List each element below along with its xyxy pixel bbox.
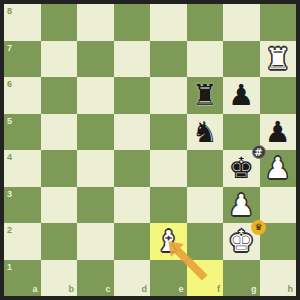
square-e3[interactable]	[150, 187, 187, 224]
square-h3[interactable]	[260, 187, 297, 224]
rank-label-5: 5	[7, 116, 12, 126]
square-b3[interactable]	[41, 187, 78, 224]
piece-black-king-g4[interactable]: ♚	[223, 150, 260, 187]
rank-label-7: 7	[7, 43, 12, 53]
piece-white-rook-h7[interactable]: ♜	[260, 41, 297, 78]
square-d6[interactable]	[114, 77, 151, 114]
square-c1[interactable]: c	[77, 260, 114, 297]
file-label-a: a	[32, 284, 37, 294]
chess-board-frame: 87♜6♜♟5♞♟4♚♟3♟2♝♚1abcdefgh #♛	[0, 0, 300, 300]
square-e8[interactable]	[150, 4, 187, 41]
square-d5[interactable]	[114, 114, 151, 151]
square-f2[interactable]	[187, 223, 224, 260]
square-c5[interactable]	[77, 114, 114, 151]
square-e2[interactable]: ♝	[150, 223, 187, 260]
square-g2[interactable]: ♚	[223, 223, 260, 260]
file-label-f: f	[217, 284, 220, 294]
square-h6[interactable]	[260, 77, 297, 114]
piece-black-rook-f6[interactable]: ♜	[187, 77, 224, 114]
square-e4[interactable]	[150, 150, 187, 187]
square-h5[interactable]: ♟	[260, 114, 297, 151]
square-a4[interactable]: 4	[4, 150, 41, 187]
square-c4[interactable]	[77, 150, 114, 187]
square-f7[interactable]	[187, 41, 224, 78]
square-b4[interactable]	[41, 150, 78, 187]
square-c6[interactable]	[77, 77, 114, 114]
square-e1[interactable]: e	[150, 260, 187, 297]
rank-label-1: 1	[7, 262, 12, 272]
square-a5[interactable]: 5	[4, 114, 41, 151]
square-c7[interactable]	[77, 41, 114, 78]
square-b5[interactable]	[41, 114, 78, 151]
file-label-e: e	[178, 284, 183, 294]
rank-label-2: 2	[7, 225, 12, 235]
chess-board: 87♜6♜♟5♞♟4♚♟3♟2♝♚1abcdefgh	[4, 4, 296, 296]
square-g3[interactable]: ♟	[223, 187, 260, 224]
square-c3[interactable]	[77, 187, 114, 224]
file-label-c: c	[105, 284, 110, 294]
square-b2[interactable]	[41, 223, 78, 260]
square-d4[interactable]	[114, 150, 151, 187]
square-g1[interactable]: g	[223, 260, 260, 297]
square-b6[interactable]	[41, 77, 78, 114]
square-d1[interactable]: d	[114, 260, 151, 297]
file-label-d: d	[142, 284, 148, 294]
square-f1[interactable]: f	[187, 260, 224, 297]
rank-label-4: 4	[7, 152, 12, 162]
square-d7[interactable]	[114, 41, 151, 78]
file-label-b: b	[69, 284, 75, 294]
piece-black-pawn-h5[interactable]: ♟	[260, 114, 297, 151]
square-a6[interactable]: 6	[4, 77, 41, 114]
piece-black-knight-f5[interactable]: ♞	[187, 114, 224, 151]
square-a7[interactable]: 7	[4, 41, 41, 78]
square-c2[interactable]	[77, 223, 114, 260]
square-a2[interactable]: 2	[4, 223, 41, 260]
piece-white-pawn-g3[interactable]: ♟	[223, 187, 260, 224]
piece-white-king-g2[interactable]: ♚	[223, 223, 260, 260]
square-d2[interactable]	[114, 223, 151, 260]
square-f6[interactable]: ♜	[187, 77, 224, 114]
square-g7[interactable]	[223, 41, 260, 78]
square-b8[interactable]	[41, 4, 78, 41]
square-g4[interactable]: ♚	[223, 150, 260, 187]
square-h2[interactable]	[260, 223, 297, 260]
square-f8[interactable]	[187, 4, 224, 41]
file-label-h: h	[288, 284, 294, 294]
square-g8[interactable]	[223, 4, 260, 41]
square-f5[interactable]: ♞	[187, 114, 224, 151]
square-h4[interactable]: ♟	[260, 150, 297, 187]
rank-label-6: 6	[7, 79, 12, 89]
square-a1[interactable]: 1a	[4, 260, 41, 297]
square-h8[interactable]	[260, 4, 297, 41]
square-e7[interactable]	[150, 41, 187, 78]
rank-label-8: 8	[7, 6, 12, 16]
square-g6[interactable]: ♟	[223, 77, 260, 114]
square-h7[interactable]: ♜	[260, 41, 297, 78]
piece-white-bishop-e2[interactable]: ♝	[150, 223, 187, 260]
file-label-g: g	[251, 284, 257, 294]
square-a8[interactable]: 8	[4, 4, 41, 41]
square-g5[interactable]	[223, 114, 260, 151]
square-d8[interactable]	[114, 4, 151, 41]
piece-black-pawn-g6[interactable]: ♟	[223, 77, 260, 114]
square-f3[interactable]	[187, 187, 224, 224]
square-b7[interactable]	[41, 41, 78, 78]
square-e6[interactable]	[150, 77, 187, 114]
square-d3[interactable]	[114, 187, 151, 224]
square-b1[interactable]: b	[41, 260, 78, 297]
rank-label-3: 3	[7, 189, 12, 199]
square-a3[interactable]: 3	[4, 187, 41, 224]
square-c8[interactable]	[77, 4, 114, 41]
piece-white-pawn-h4[interactable]: ♟	[260, 150, 297, 187]
square-h1[interactable]: h	[260, 260, 297, 297]
square-f4[interactable]	[187, 150, 224, 187]
square-e5[interactable]	[150, 114, 187, 151]
